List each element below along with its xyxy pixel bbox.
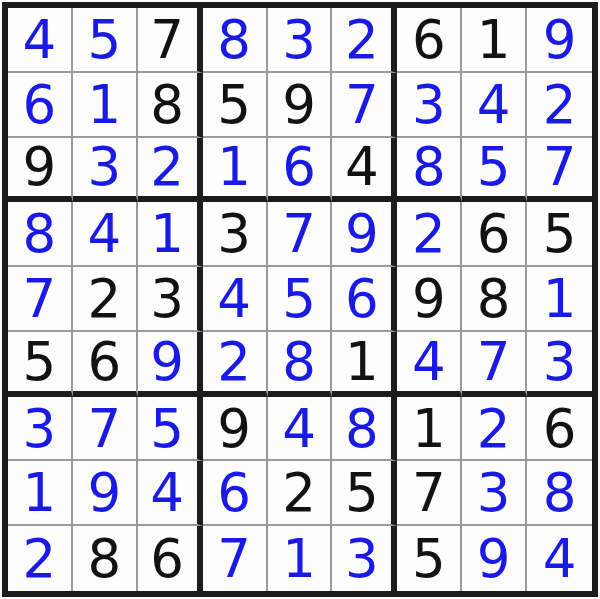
cell-r3c4[interactable]: 1 [203, 138, 268, 203]
cell-r8c6[interactable]: 5 [332, 461, 397, 526]
cell-r7c3[interactable]: 5 [138, 397, 203, 462]
cell-r1c9[interactable]: 9 [527, 8, 592, 73]
cell-r1c3[interactable]: 7 [138, 8, 203, 73]
cell-r6c5[interactable]: 8 [268, 332, 333, 397]
cell-r6c4[interactable]: 2 [203, 332, 268, 397]
cell-r7c9[interactable]: 6 [527, 397, 592, 462]
cell-r2c6[interactable]: 7 [332, 73, 397, 138]
cell-r1c4[interactable]: 8 [203, 8, 268, 73]
cell-r8c9[interactable]: 8 [527, 461, 592, 526]
cell-r5c3[interactable]: 3 [138, 267, 203, 332]
cell-r3c9[interactable]: 7 [527, 138, 592, 203]
cell-r5c7[interactable]: 9 [397, 267, 462, 332]
cell-r5c8[interactable]: 8 [462, 267, 527, 332]
cell-r7c2[interactable]: 7 [73, 397, 138, 462]
cell-r6c9[interactable]: 3 [527, 332, 592, 397]
cell-r8c3[interactable]: 4 [138, 461, 203, 526]
cell-r7c6[interactable]: 8 [332, 397, 397, 462]
cell-r3c6[interactable]: 4 [332, 138, 397, 203]
cell-r6c6[interactable]: 1 [332, 332, 397, 397]
cell-r9c2[interactable]: 8 [73, 526, 138, 591]
cell-r4c8[interactable]: 6 [462, 202, 527, 267]
cell-r4c4[interactable]: 3 [203, 202, 268, 267]
cell-r3c8[interactable]: 5 [462, 138, 527, 203]
cell-r8c1[interactable]: 1 [8, 461, 73, 526]
cell-r4c7[interactable]: 2 [397, 202, 462, 267]
cell-r9c9[interactable]: 4 [527, 526, 592, 591]
cell-r6c7[interactable]: 4 [397, 332, 462, 397]
cell-r7c1[interactable]: 3 [8, 397, 73, 462]
cell-r5c4[interactable]: 4 [203, 267, 268, 332]
cell-r3c5[interactable]: 6 [268, 138, 333, 203]
cell-r4c1[interactable]: 8 [8, 202, 73, 267]
cell-r2c9[interactable]: 2 [527, 73, 592, 138]
cell-r5c9[interactable]: 1 [527, 267, 592, 332]
cell-r2c5[interactable]: 9 [268, 73, 333, 138]
sudoku-page: 4578326196185973429321648578413792657234… [0, 0, 600, 599]
cell-r1c2[interactable]: 5 [73, 8, 138, 73]
cell-r8c4[interactable]: 6 [203, 461, 268, 526]
cell-r3c7[interactable]: 8 [397, 138, 462, 203]
cell-r5c2[interactable]: 2 [73, 267, 138, 332]
cell-r1c1[interactable]: 4 [8, 8, 73, 73]
cell-r4c9[interactable]: 5 [527, 202, 592, 267]
cell-r6c2[interactable]: 6 [73, 332, 138, 397]
cell-r1c5[interactable]: 3 [268, 8, 333, 73]
cell-r9c5[interactable]: 1 [268, 526, 333, 591]
cell-r7c5[interactable]: 4 [268, 397, 333, 462]
cell-r8c7[interactable]: 7 [397, 461, 462, 526]
cell-r6c1[interactable]: 5 [8, 332, 73, 397]
cell-r8c5[interactable]: 2 [268, 461, 333, 526]
cell-r3c3[interactable]: 2 [138, 138, 203, 203]
cell-r2c2[interactable]: 1 [73, 73, 138, 138]
cell-r5c1[interactable]: 7 [8, 267, 73, 332]
cell-r7c8[interactable]: 2 [462, 397, 527, 462]
cell-r3c2[interactable]: 3 [73, 138, 138, 203]
cell-r8c8[interactable]: 3 [462, 461, 527, 526]
cell-r2c4[interactable]: 5 [203, 73, 268, 138]
cell-r5c6[interactable]: 6 [332, 267, 397, 332]
cell-r1c8[interactable]: 1 [462, 8, 527, 73]
cell-r1c7[interactable]: 6 [397, 8, 462, 73]
sudoku-board: 4578326196185973429321648578413792657234… [2, 2, 598, 597]
cell-r1c6[interactable]: 2 [332, 8, 397, 73]
cell-r9c6[interactable]: 3 [332, 526, 397, 591]
cell-r5c5[interactable]: 5 [268, 267, 333, 332]
cell-r9c8[interactable]: 9 [462, 526, 527, 591]
cell-r7c4[interactable]: 9 [203, 397, 268, 462]
cell-r9c4[interactable]: 7 [203, 526, 268, 591]
cell-r4c3[interactable]: 1 [138, 202, 203, 267]
cell-r2c7[interactable]: 3 [397, 73, 462, 138]
cell-r9c7[interactable]: 5 [397, 526, 462, 591]
cell-r6c8[interactable]: 7 [462, 332, 527, 397]
cell-r4c5[interactable]: 7 [268, 202, 333, 267]
cell-r6c3[interactable]: 9 [138, 332, 203, 397]
cell-r2c3[interactable]: 8 [138, 73, 203, 138]
cell-r7c7[interactable]: 1 [397, 397, 462, 462]
cell-r8c2[interactable]: 9 [73, 461, 138, 526]
cell-r9c3[interactable]: 6 [138, 526, 203, 591]
cell-r2c8[interactable]: 4 [462, 73, 527, 138]
cell-r4c6[interactable]: 9 [332, 202, 397, 267]
cell-r3c1[interactable]: 9 [8, 138, 73, 203]
cell-r4c2[interactable]: 4 [73, 202, 138, 267]
cell-r9c1[interactable]: 2 [8, 526, 73, 591]
cell-r2c1[interactable]: 6 [8, 73, 73, 138]
